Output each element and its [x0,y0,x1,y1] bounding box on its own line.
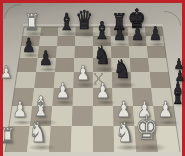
square-c7[interactable] [57,36,75,46]
piece-white-pawn-d4[interactable]: ♟ [74,63,93,85]
square-h6[interactable] [147,46,167,58]
piece-black-knight-f4[interactable]: ♞ [110,57,133,85]
square-b4[interactable] [34,72,55,88]
square-a4[interactable] [15,72,36,88]
piece-black-pawn-h7[interactable]: ♟ [147,24,164,44]
piece-black-pawn-a6[interactable]: ♟ [20,35,38,56]
square-c5[interactable] [55,58,74,72]
square-c1[interactable] [49,126,72,152]
captured-white-rook: ♜ [0,126,18,148]
piece-white-pawn-c3[interactable]: ♟ [53,80,72,103]
chess-game-window: ♜♝♛♜♚♝♟♟♟♟♟♞♟♞♟♟♟♝♟♟♟♞♞♚ ♟♜♟♟♟♜ [0,0,185,156]
square-b7[interactable] [39,36,58,46]
square-d3[interactable] [73,88,93,106]
square-h4[interactable] [150,72,171,88]
square-g4[interactable] [131,72,152,88]
square-c6[interactable] [56,46,75,58]
square-d2[interactable] [72,106,93,126]
piece-white-pawn-e3[interactable]: ♟ [93,80,112,103]
piece-black-pawn-f7[interactable]: ♟ [111,24,128,44]
piece-white-king-g1[interactable]: ♚ [132,112,162,148]
piece-white-knight-b1[interactable]: ♞ [25,116,51,147]
piece-black-pawn-b5[interactable]: ♟ [37,48,55,69]
square-h5[interactable] [148,58,168,72]
square-e2[interactable] [93,106,114,126]
piece-black-pawn-g7[interactable]: ♟ [129,24,146,44]
square-c2[interactable] [51,106,73,126]
captured-white-pawn: ♟ [0,64,14,82]
square-g6[interactable] [129,46,148,58]
square-d1[interactable] [71,126,93,152]
piece-white-rook-a8[interactable]: ♜ [21,10,42,34]
square-a5[interactable] [17,58,38,72]
